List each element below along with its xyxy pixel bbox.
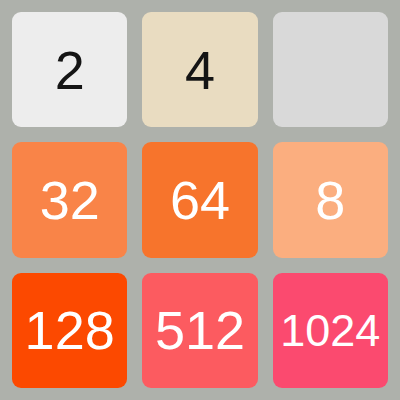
- tile-1024: 1024: [273, 273, 388, 388]
- tile-64: 64: [142, 142, 257, 257]
- tile-4: 4: [142, 12, 257, 127]
- tile-512: 512: [142, 273, 257, 388]
- tile-32: 32: [12, 142, 127, 257]
- tile-8: 8: [273, 142, 388, 257]
- tile-128: 128: [12, 273, 127, 388]
- empty-cell: [273, 12, 388, 127]
- tile-2: 2: [12, 12, 127, 127]
- board-2048[interactable]: 2 4 32 64 8 128 512 1024: [0, 0, 400, 400]
